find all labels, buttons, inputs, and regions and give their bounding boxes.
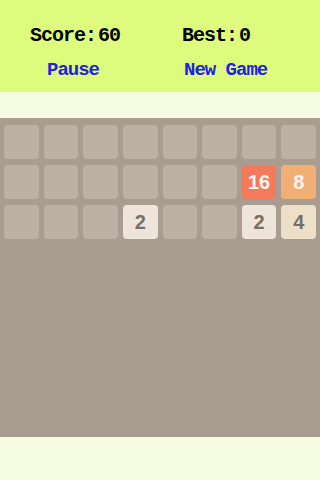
empty-cell	[281, 125, 316, 159]
game-board[interactable]: 168224	[0, 118, 320, 437]
empty-cell	[83, 125, 118, 159]
app-screen: Score: 60 Best: 0 Pause New Game 168224	[0, 0, 320, 480]
tile-2: 2	[123, 205, 158, 239]
empty-cell	[163, 205, 198, 239]
empty-cell	[4, 125, 39, 159]
score-label: Score:	[30, 26, 96, 46]
empty-cell	[123, 125, 158, 159]
tile-2: 2	[242, 205, 277, 239]
empty-cell	[4, 205, 39, 239]
tile-4: 4	[281, 205, 316, 239]
empty-cell	[123, 165, 158, 199]
empty-cell	[83, 205, 118, 239]
header-bar: Score: 60 Best: 0 Pause New Game	[0, 0, 320, 92]
empty-cell	[202, 205, 237, 239]
empty-cell	[44, 205, 79, 239]
empty-cell	[4, 165, 39, 199]
empty-cell	[163, 165, 198, 199]
empty-cell	[163, 125, 198, 159]
new-game-button[interactable]: New Game	[184, 61, 267, 80]
empty-cell	[202, 165, 237, 199]
score-value: 60	[98, 26, 120, 46]
empty-cell	[242, 125, 277, 159]
empty-cell	[202, 125, 237, 159]
divider-strip-bottom	[0, 437, 320, 480]
empty-cell	[44, 125, 79, 159]
board-grid: 168224	[0, 118, 320, 239]
tile-16: 16	[242, 165, 277, 199]
tile-8: 8	[281, 165, 316, 199]
best-value: 0	[239, 26, 250, 46]
empty-cell	[83, 165, 118, 199]
pause-button[interactable]: Pause	[47, 61, 99, 80]
divider-strip-top	[0, 92, 320, 118]
empty-cell	[44, 165, 79, 199]
best-label: Best:	[182, 26, 237, 46]
